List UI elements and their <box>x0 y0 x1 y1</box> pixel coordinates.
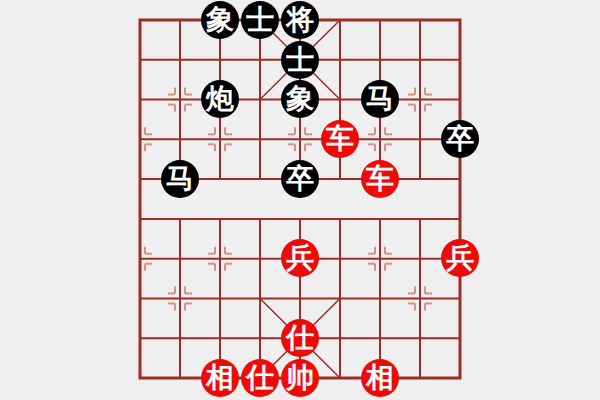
board-cell[interactable] <box>160 239 200 279</box>
board-cell[interactable] <box>240 199 280 239</box>
board-cell[interactable] <box>320 80 360 120</box>
board-cell[interactable]: 帅 <box>280 358 320 398</box>
board-cell[interactable] <box>360 318 400 358</box>
board-cell[interactable] <box>160 358 200 398</box>
board-cell[interactable] <box>120 119 160 159</box>
board-cell[interactable] <box>440 159 480 199</box>
board-cell[interactable] <box>360 119 400 159</box>
black-elephant[interactable]: 象 <box>281 80 319 118</box>
red-pawn[interactable]: 兵 <box>281 239 319 277</box>
board-cell[interactable] <box>320 159 360 199</box>
board-cell[interactable] <box>400 358 440 398</box>
board-cell[interactable] <box>400 40 440 80</box>
board-cell[interactable] <box>160 0 200 40</box>
black-advisor[interactable]: 士 <box>281 41 319 79</box>
black-horse[interactable]: 马 <box>161 160 199 198</box>
board-cell[interactable] <box>320 318 360 358</box>
board-cell[interactable] <box>200 278 240 318</box>
board-cell[interactable]: 兵 <box>440 239 480 279</box>
board-cell[interactable] <box>440 358 480 398</box>
board-cell[interactable] <box>400 199 440 239</box>
board-cell[interactable] <box>120 40 160 80</box>
board-cell[interactable] <box>320 278 360 318</box>
black-pawn[interactable]: 卒 <box>281 160 319 198</box>
board-cell[interactable] <box>120 278 160 318</box>
board-cell[interactable] <box>120 199 160 239</box>
red-pawn[interactable]: 兵 <box>441 239 479 277</box>
board-cell[interactable] <box>440 318 480 358</box>
board-cell[interactable]: 炮 <box>200 80 240 120</box>
black-pawn[interactable]: 卒 <box>441 120 479 158</box>
board-cell[interactable]: 将 <box>280 0 320 40</box>
board-cell[interactable]: 象 <box>200 0 240 40</box>
board-cell[interactable]: 车 <box>360 159 400 199</box>
board-cell[interactable] <box>120 318 160 358</box>
board-cell[interactable] <box>120 358 160 398</box>
board-cell[interactable] <box>160 40 200 80</box>
board-cell[interactable] <box>240 119 280 159</box>
board-cell[interactable] <box>440 199 480 239</box>
board-cell[interactable] <box>360 0 400 40</box>
board-cell[interactable]: 士 <box>240 0 280 40</box>
board-cell[interactable] <box>240 159 280 199</box>
board-cell[interactable]: 相 <box>200 358 240 398</box>
board-cell[interactable]: 卒 <box>280 159 320 199</box>
board-cell[interactable] <box>440 80 480 120</box>
board-cell[interactable] <box>320 199 360 239</box>
board-cell[interactable] <box>400 0 440 40</box>
board-cell[interactable] <box>440 0 480 40</box>
board-cell[interactable] <box>120 239 160 279</box>
board-cell[interactable] <box>240 40 280 80</box>
red-chariot[interactable]: 车 <box>321 120 359 158</box>
black-cannon[interactable]: 炮 <box>201 80 239 118</box>
board-cell[interactable] <box>400 80 440 120</box>
board-cell[interactable] <box>320 239 360 279</box>
board-cell[interactable] <box>120 159 160 199</box>
board-cell[interactable]: 相 <box>360 358 400 398</box>
board-cell[interactable] <box>200 239 240 279</box>
board-cell[interactable]: 士 <box>280 40 320 80</box>
board-cell[interactable] <box>320 358 360 398</box>
red-elephant[interactable]: 相 <box>361 359 399 397</box>
board-cell[interactable] <box>200 119 240 159</box>
red-advisor[interactable]: 仕 <box>281 319 319 357</box>
board-cell[interactable] <box>440 40 480 80</box>
board-cell[interactable] <box>240 278 280 318</box>
board-cell[interactable]: 仕 <box>280 318 320 358</box>
board-cell[interactable] <box>400 318 440 358</box>
black-general[interactable]: 将 <box>281 1 319 39</box>
board-cell[interactable] <box>160 278 200 318</box>
board-cell[interactable] <box>160 199 200 239</box>
red-elephant[interactable]: 相 <box>201 359 239 397</box>
black-advisor[interactable]: 士 <box>241 1 279 39</box>
board-cell[interactable] <box>280 119 320 159</box>
board-cell[interactable] <box>200 199 240 239</box>
board-cell[interactable] <box>440 278 480 318</box>
board-cell[interactable] <box>200 318 240 358</box>
board-cell[interactable] <box>160 119 200 159</box>
board-cell[interactable] <box>240 318 280 358</box>
red-general[interactable]: 帅 <box>281 359 319 397</box>
board-cell[interactable]: 兵 <box>280 239 320 279</box>
board-cell[interactable] <box>200 40 240 80</box>
xiangqi-app-screen: 象士将士炮象马车卒马卒车兵兵仕相仕帅相 <box>0 0 600 400</box>
board-cell[interactable]: 仕 <box>240 358 280 398</box>
board-cell[interactable] <box>360 239 400 279</box>
board-cell[interactable] <box>280 278 320 318</box>
board-cell[interactable] <box>400 239 440 279</box>
board-cell[interactable] <box>320 40 360 80</box>
board-cell[interactable]: 象 <box>280 80 320 120</box>
board-cell[interactable]: 马 <box>160 159 200 199</box>
red-chariot[interactable]: 车 <box>361 160 399 198</box>
board-cell[interactable] <box>200 159 240 199</box>
board-cell[interactable] <box>360 278 400 318</box>
board-cell[interactable] <box>400 278 440 318</box>
board-cell[interactable] <box>320 0 360 40</box>
board-cell[interactable]: 卒 <box>440 119 480 159</box>
board-cell[interactable] <box>160 80 200 120</box>
board-cell[interactable] <box>120 0 160 40</box>
black-horse[interactable]: 马 <box>361 80 399 118</box>
board-cell[interactable]: 马 <box>360 80 400 120</box>
board-cell[interactable] <box>280 199 320 239</box>
board-cell[interactable] <box>240 80 280 120</box>
board-cell[interactable] <box>400 159 440 199</box>
board-cell[interactable] <box>360 40 400 80</box>
xiangqi-board: 象士将士炮象马车卒马卒车兵兵仕相仕帅相 <box>120 0 480 398</box>
board-cell[interactable] <box>400 119 440 159</box>
board-cell[interactable]: 车 <box>320 119 360 159</box>
board-cell[interactable] <box>120 80 160 120</box>
red-advisor[interactable]: 仕 <box>241 359 279 397</box>
board-cell[interactable] <box>160 318 200 358</box>
board-cell[interactable] <box>360 199 400 239</box>
black-elephant[interactable]: 象 <box>201 1 239 39</box>
board-cell[interactable] <box>240 239 280 279</box>
